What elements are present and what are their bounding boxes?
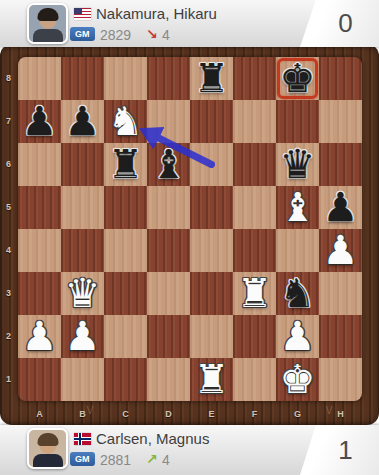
square-e8[interactable]: ♜ — [190, 57, 233, 100]
frame-joint-mark: V — [85, 405, 95, 416]
square-d5[interactable] — [147, 186, 190, 229]
avatar-hair — [37, 8, 58, 21]
black-king[interactable]: ♚ — [280, 57, 316, 100]
square-e3[interactable] — [190, 272, 233, 315]
square-d6[interactable]: ♝ — [147, 143, 190, 186]
square-e4[interactable] — [190, 229, 233, 272]
square-h6[interactable] — [319, 143, 362, 186]
player-bar-bottom: Carlsen, Magnus GM 2881 ↗ 4 1 — [0, 425, 379, 475]
black-rook[interactable]: ♜ — [108, 143, 144, 186]
gm-title-badge: GM — [70, 452, 95, 466]
square-e1[interactable]: ♜ — [190, 358, 233, 401]
chess-broadcast-widget: Nakamura, Hikaru GM 2829 ↘ 4 0 ♜♚♟♟♞♜♝♛♝… — [0, 0, 379, 475]
rank-label-1: 1 — [0, 358, 17, 401]
black-pawn[interactable]: ♟ — [323, 186, 359, 229]
square-c5[interactable] — [104, 186, 147, 229]
square-e5[interactable] — [190, 186, 233, 229]
square-h5[interactable]: ♟ — [319, 186, 362, 229]
square-f5[interactable] — [233, 186, 276, 229]
white-queen[interactable]: ♛ — [65, 272, 101, 315]
rating-trend-down-icon: ↘ — [146, 26, 158, 42]
white-king[interactable]: ♚ — [280, 358, 316, 401]
square-h8[interactable] — [319, 57, 362, 100]
rank-label-7: 7 — [0, 100, 17, 143]
board[interactable]: ♜♚♟♟♞♜♝♛♝♟♟♛♜♞♟♟♟♜♚ — [18, 57, 362, 401]
avatar-hair — [37, 433, 58, 446]
rank-label-3: 3 — [0, 272, 17, 315]
black-pawn[interactable]: ♟ — [22, 100, 58, 143]
player-avatar-top — [27, 3, 68, 44]
square-c2[interactable] — [104, 315, 147, 358]
player-bar-top: Nakamura, Hikaru GM 2829 ↘ 4 0 — [0, 0, 379, 47]
rank-label-5: 5 — [0, 186, 17, 229]
square-c3[interactable] — [104, 272, 147, 315]
square-d7[interactable] — [147, 100, 190, 143]
square-d3[interactable] — [147, 272, 190, 315]
square-f6[interactable] — [233, 143, 276, 186]
square-h1[interactable] — [319, 358, 362, 401]
square-d8[interactable] — [147, 57, 190, 100]
rating-trend-value-bottom: 4 — [162, 452, 170, 468]
square-c1[interactable] — [104, 358, 147, 401]
avatar-photo — [29, 430, 66, 467]
square-a1[interactable] — [18, 358, 61, 401]
us-flag-icon — [74, 8, 91, 20]
square-a4[interactable] — [18, 229, 61, 272]
square-g4[interactable] — [276, 229, 319, 272]
player-name-bottom: Carlsen, Magnus — [96, 430, 209, 447]
black-rook[interactable]: ♜ — [194, 57, 230, 100]
frame-joint-mark: V — [324, 405, 334, 416]
white-pawn[interactable]: ♟ — [65, 315, 101, 358]
score-panel-bottom: 1 — [300, 425, 379, 475]
square-d4[interactable] — [147, 229, 190, 272]
square-c8[interactable] — [104, 57, 147, 100]
square-b2[interactable]: ♟ — [61, 315, 104, 358]
square-b4[interactable] — [61, 229, 104, 272]
white-pawn[interactable]: ♟ — [22, 315, 58, 358]
square-b3[interactable]: ♛ — [61, 272, 104, 315]
square-f7[interactable] — [233, 100, 276, 143]
gm-title-badge: GM — [70, 27, 95, 41]
file-label-G: G — [276, 406, 319, 422]
file-label-A: A — [18, 406, 61, 422]
square-h2[interactable] — [319, 315, 362, 358]
square-a7[interactable]: ♟ — [18, 100, 61, 143]
square-d1[interactable] — [147, 358, 190, 401]
square-h3[interactable] — [319, 272, 362, 315]
black-bishop[interactable]: ♝ — [151, 143, 187, 186]
square-b1[interactable] — [61, 358, 104, 401]
square-a2[interactable]: ♟ — [18, 315, 61, 358]
square-a6[interactable] — [18, 143, 61, 186]
black-queen[interactable]: ♛ — [280, 143, 316, 186]
file-label-F: F — [233, 406, 276, 422]
square-b5[interactable] — [61, 186, 104, 229]
white-knight[interactable]: ♞ — [108, 100, 144, 143]
score-top: 0 — [326, 8, 352, 39]
player-rating-bottom: 2881 — [100, 452, 131, 468]
black-pawn[interactable]: ♟ — [65, 100, 101, 143]
square-c7[interactable]: ♞ — [104, 100, 147, 143]
rating-trend-up-icon: ↗ — [146, 451, 158, 467]
square-c4[interactable] — [104, 229, 147, 272]
black-knight[interactable]: ♞ — [280, 272, 316, 315]
player-avatar-bottom — [27, 428, 68, 469]
rank-label-4: 4 — [0, 229, 17, 272]
square-g7[interactable] — [276, 100, 319, 143]
square-b7[interactable]: ♟ — [61, 100, 104, 143]
square-f4[interactable] — [233, 229, 276, 272]
square-f1[interactable] — [233, 358, 276, 401]
square-f3[interactable]: ♜ — [233, 272, 276, 315]
rank-label-2: 2 — [0, 315, 17, 358]
rank-label-8: 8 — [0, 57, 17, 100]
square-h4[interactable]: ♟ — [319, 229, 362, 272]
square-b8[interactable] — [61, 57, 104, 100]
avatar-photo — [29, 5, 66, 42]
square-e7[interactable] — [190, 100, 233, 143]
square-a5[interactable] — [18, 186, 61, 229]
square-h7[interactable] — [319, 100, 362, 143]
square-b6[interactable] — [61, 143, 104, 186]
file-label-E: E — [190, 406, 233, 422]
rank-label-6: 6 — [0, 143, 17, 186]
board-frame: ♜♚♟♟♞♜♝♛♝♟♟♛♜♞♟♟♟♜♚ 87654321 ABCDEFGH V … — [0, 44, 379, 425]
square-c6[interactable]: ♜ — [104, 143, 147, 186]
file-label-B: B — [61, 406, 104, 422]
white-pawn[interactable]: ♟ — [323, 229, 359, 272]
square-g5[interactable]: ♝ — [276, 186, 319, 229]
rating-trend-value-top: 4 — [162, 27, 170, 43]
square-g8[interactable]: ♚ — [276, 57, 319, 100]
square-g2[interactable]: ♟ — [276, 315, 319, 358]
score-bottom: 1 — [326, 435, 352, 466]
square-e2[interactable] — [190, 315, 233, 358]
file-label-D: D — [147, 406, 190, 422]
player-rating-top: 2829 — [100, 27, 131, 43]
white-bishop[interactable]: ♝ — [280, 186, 316, 229]
white-rook[interactable]: ♜ — [237, 272, 273, 315]
square-g6[interactable]: ♛ — [276, 143, 319, 186]
white-pawn[interactable]: ♟ — [280, 315, 316, 358]
square-a3[interactable] — [18, 272, 61, 315]
square-f2[interactable] — [233, 315, 276, 358]
square-e6[interactable] — [190, 143, 233, 186]
square-f8[interactable] — [233, 57, 276, 100]
score-panel-top: 0 — [300, 0, 379, 47]
player-name-top: Nakamura, Hikaru — [96, 5, 217, 22]
file-label-C: C — [104, 406, 147, 422]
norway-flag-icon — [74, 433, 91, 445]
square-g1[interactable]: ♚ — [276, 358, 319, 401]
square-d2[interactable] — [147, 315, 190, 358]
square-a8[interactable] — [18, 57, 61, 100]
square-g3[interactable]: ♞ — [276, 272, 319, 315]
white-rook[interactable]: ♜ — [194, 358, 230, 401]
